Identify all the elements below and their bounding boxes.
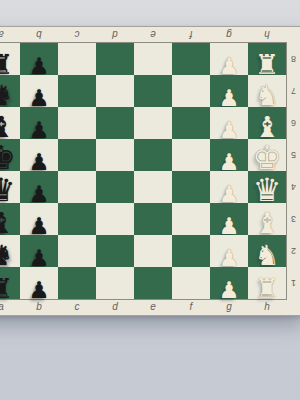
square-f2[interactable] [172, 235, 210, 267]
square-g5[interactable]: ♟ [210, 139, 248, 171]
rank-label-3: 3 [287, 203, 300, 235]
square-h5[interactable]: ♚ [248, 139, 286, 171]
piece-black-queen[interactable]: ♛ [0, 174, 15, 206]
square-h4[interactable]: ♛ [248, 171, 286, 203]
square-h3[interactable]: ♝ [248, 203, 286, 235]
square-d7[interactable] [96, 75, 134, 107]
rank-label-4: 4 [287, 171, 300, 203]
square-b5[interactable]: ♟ [20, 139, 58, 171]
square-a1[interactable]: ♜ [0, 267, 20, 299]
square-b8[interactable]: ♟ [20, 43, 58, 75]
square-g2[interactable]: ♟ [210, 235, 248, 267]
squares-grid[interactable]: ♜♟♟♜♞♟♟♞♝♟♟♝♚♟♟♚♛♟♟♛♝♟♟♝♞♟♟♞♜♟♟♜ [0, 43, 286, 299]
piece-black-pawn[interactable]: ♟ [29, 279, 50, 302]
chessboard: abcdefgh ♜♟♟♜♞♟♟♞♝♟♟♝♚♟♟♚♛♟♟♛♝♟♟♝♞♟♟♞♜♟♟… [0, 26, 300, 316]
piece-black-knight[interactable]: ♞ [0, 242, 14, 270]
square-d3[interactable] [96, 203, 134, 235]
page-background: abcdefgh ♜♟♟♜♞♟♟♞♝♟♟♝♚♟♟♚♛♟♟♛♝♟♟♝♞♟♟♞♜♟♟… [0, 0, 300, 400]
square-f4[interactable] [172, 171, 210, 203]
square-f6[interactable] [172, 107, 210, 139]
rank-label-7: 7 [287, 75, 300, 107]
square-c1[interactable] [58, 267, 96, 299]
piece-white-king[interactable]: ♚ [252, 141, 282, 174]
file-label-a-top: a [0, 28, 20, 41]
piece-white-rook[interactable]: ♜ [255, 275, 279, 302]
square-b2[interactable]: ♟ [20, 235, 58, 267]
square-e5[interactable] [134, 139, 172, 171]
square-e3[interactable] [134, 203, 172, 235]
square-g1[interactable]: ♟ [210, 267, 248, 299]
square-f7[interactable] [172, 75, 210, 107]
square-a6[interactable]: ♝ [0, 107, 20, 139]
square-h6[interactable]: ♝ [248, 107, 286, 139]
square-d5[interactable] [96, 139, 134, 171]
square-f1[interactable] [172, 267, 210, 299]
file-label-d-bottom: d [96, 300, 134, 313]
square-e6[interactable] [134, 107, 172, 139]
file-label-d-top: d [96, 28, 134, 41]
square-g3[interactable]: ♟ [210, 203, 248, 235]
rank-label-2: 2 [287, 235, 300, 267]
piece-black-rook[interactable]: ♜ [0, 275, 13, 302]
square-f5[interactable] [172, 139, 210, 171]
square-c7[interactable] [58, 75, 96, 107]
square-c2[interactable] [58, 235, 96, 267]
square-e2[interactable] [134, 235, 172, 267]
square-a7[interactable]: ♞ [0, 75, 20, 107]
piece-white-pawn[interactable]: ♟ [219, 279, 240, 302]
file-label-c-bottom: c [58, 300, 96, 313]
piece-white-bishop[interactable]: ♝ [254, 209, 280, 238]
square-c8[interactable] [58, 43, 96, 75]
square-f8[interactable] [172, 43, 210, 75]
square-g4[interactable]: ♟ [210, 171, 248, 203]
square-b3[interactable]: ♟ [20, 203, 58, 235]
file-label-b-top: b [20, 28, 58, 41]
piece-white-queen[interactable]: ♛ [253, 174, 282, 206]
square-b6[interactable]: ♟ [20, 107, 58, 139]
square-b1[interactable]: ♟ [20, 267, 58, 299]
square-g7[interactable]: ♟ [210, 75, 248, 107]
square-e1[interactable] [134, 267, 172, 299]
piece-black-knight[interactable]: ♞ [0, 82, 14, 110]
square-a5[interactable]: ♚ [0, 139, 20, 171]
square-d6[interactable] [96, 107, 134, 139]
square-b4[interactable]: ♟ [20, 171, 58, 203]
square-g8[interactable]: ♟ [210, 43, 248, 75]
square-h2[interactable]: ♞ [248, 235, 286, 267]
square-d1[interactable] [96, 267, 134, 299]
square-e4[interactable] [134, 171, 172, 203]
top-file-labels: abcdefgh [0, 28, 286, 41]
piece-black-bishop[interactable]: ♝ [0, 209, 14, 238]
square-a4[interactable]: ♛ [0, 171, 20, 203]
square-c6[interactable] [58, 107, 96, 139]
rank-label-8: 8 [287, 43, 300, 75]
file-label-f-bottom: f [172, 300, 210, 313]
square-f3[interactable] [172, 203, 210, 235]
square-h1[interactable]: ♜ [248, 267, 286, 299]
square-e7[interactable] [134, 75, 172, 107]
file-label-e-bottom: e [134, 300, 172, 313]
piece-black-rook[interactable]: ♜ [0, 51, 13, 78]
square-h8[interactable]: ♜ [248, 43, 286, 75]
file-label-e-top: e [134, 28, 172, 41]
rank-label-1: 1 [287, 267, 300, 299]
square-c3[interactable] [58, 203, 96, 235]
rank-label-5: 5 [287, 139, 300, 171]
piece-white-rook[interactable]: ♜ [255, 51, 279, 78]
square-c4[interactable] [58, 171, 96, 203]
file-label-h-top: h [248, 28, 286, 41]
square-a3[interactable]: ♝ [0, 203, 20, 235]
piece-black-king[interactable]: ♚ [0, 141, 16, 174]
file-label-f-top: f [172, 28, 210, 41]
square-a8[interactable]: ♜ [0, 43, 20, 75]
square-d2[interactable] [96, 235, 134, 267]
square-d4[interactable] [96, 171, 134, 203]
file-label-c-top: c [58, 28, 96, 41]
square-d8[interactable] [96, 43, 134, 75]
square-a2[interactable]: ♞ [0, 235, 20, 267]
square-g6[interactable]: ♟ [210, 107, 248, 139]
square-b7[interactable]: ♟ [20, 75, 58, 107]
square-c5[interactable] [58, 139, 96, 171]
square-h7[interactable]: ♞ [248, 75, 286, 107]
piece-white-knight[interactable]: ♞ [254, 82, 279, 110]
rank-label-6: 6 [287, 107, 300, 139]
right-rank-labels: 87654321 [287, 43, 300, 299]
square-e8[interactable] [134, 43, 172, 75]
file-label-g-top: g [210, 28, 248, 41]
piece-white-knight[interactable]: ♞ [254, 242, 279, 270]
